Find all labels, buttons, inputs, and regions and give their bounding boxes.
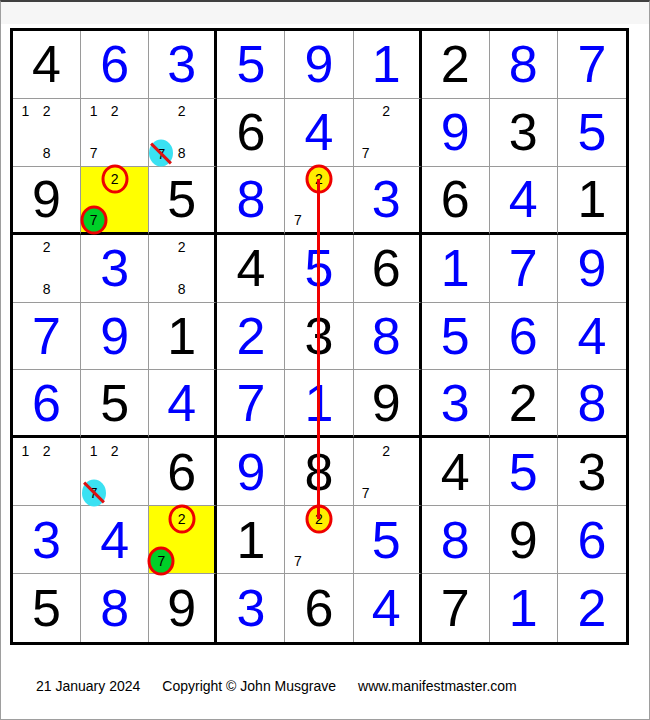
pencil-slot: 2 bbox=[172, 508, 192, 529]
cell-r6c6[interactable]: 9 bbox=[354, 370, 422, 438]
cell-value-given: 9 bbox=[490, 506, 557, 573]
pencil-mark: 8 bbox=[172, 279, 192, 300]
cell-r9c3[interactable]: 9 bbox=[149, 574, 217, 642]
cell-r6c1[interactable]: 6 bbox=[13, 370, 81, 438]
pencil-mark: 8 bbox=[172, 143, 192, 164]
pencil-grid: 127 bbox=[83, 101, 146, 164]
pencil-mark: 2 bbox=[172, 237, 192, 258]
cell-value-solved: 9 bbox=[285, 31, 352, 98]
pencil-mark: 2 bbox=[104, 440, 125, 461]
cell-value-solved: 4 bbox=[558, 303, 626, 370]
cell-r2c2[interactable]: 127 bbox=[81, 99, 149, 167]
pencil-slot bbox=[15, 279, 36, 300]
cell-value-given: 5 bbox=[149, 167, 214, 232]
cell-value-solved: 1 bbox=[354, 31, 419, 98]
cell-value-solved: 5 bbox=[217, 31, 284, 98]
footer-date: 21 January 2024 bbox=[36, 678, 140, 694]
confirmed-candidate-circle-icon: 7 bbox=[148, 546, 175, 575]
cell-r6c8[interactable]: 2 bbox=[490, 370, 558, 438]
pencil-mark: 2 bbox=[172, 101, 192, 122]
pencil-slot bbox=[192, 237, 212, 258]
cell-r7c4[interactable]: 9 bbox=[217, 438, 285, 506]
pencil-mark: 2 bbox=[376, 440, 396, 461]
cell-r8c1[interactable]: 3 bbox=[13, 506, 81, 574]
cell-value-solved: 8 bbox=[81, 574, 148, 642]
chain-candidate-circle-icon: 2 bbox=[101, 164, 128, 193]
cell-value-solved: 4 bbox=[490, 167, 557, 232]
pencil-slot bbox=[192, 258, 212, 279]
pencil-grid: 27 bbox=[356, 101, 417, 164]
pencil-slot bbox=[104, 482, 125, 503]
sudoku-board: 4635912871281272786427935927582736412832… bbox=[10, 28, 629, 645]
pencil-slot bbox=[376, 143, 396, 164]
cell-r2c3[interactable]: 278 bbox=[149, 99, 217, 167]
cell-value-given: 9 bbox=[354, 370, 419, 435]
pencil-slot: 2 bbox=[104, 169, 125, 189]
pencil-slot: 7 bbox=[83, 482, 104, 503]
cell-value-solved: 8 bbox=[558, 370, 626, 435]
pencil-slot bbox=[15, 237, 36, 258]
pencil-slot bbox=[125, 461, 146, 482]
cell-value-solved: 8 bbox=[354, 303, 419, 370]
cell-r3c3[interactable]: 5 bbox=[149, 167, 217, 235]
pencil-grid: 27 bbox=[356, 440, 417, 503]
cell-r1c1[interactable]: 4 bbox=[13, 31, 81, 99]
cell-r9c8[interactable]: 1 bbox=[490, 574, 558, 642]
cell-value-given: 6 bbox=[217, 99, 284, 166]
pencil-slot bbox=[57, 461, 78, 482]
pencil-slot bbox=[330, 189, 351, 209]
cell-r8c5[interactable]: 27 bbox=[285, 506, 353, 574]
cell-r4c7[interactable]: 1 bbox=[422, 235, 490, 303]
cell-value-solved: 8 bbox=[217, 167, 284, 232]
pencil-mark: 8 bbox=[36, 279, 57, 300]
pencil-mark: 2 bbox=[36, 440, 57, 461]
cell-r5c8[interactable]: 6 bbox=[490, 303, 558, 371]
cell-value-solved: 5 bbox=[558, 99, 626, 166]
cell-value-solved: 1 bbox=[422, 235, 489, 302]
eliminated-candidate-icon: 7 bbox=[82, 479, 106, 506]
cell-value-solved: 9 bbox=[81, 303, 148, 370]
cell-r2c1[interactable]: 128 bbox=[13, 99, 81, 167]
pencil-slot bbox=[151, 237, 171, 258]
pencil-slot bbox=[104, 122, 125, 143]
pencil-grid: 27 bbox=[83, 169, 146, 230]
cell-value-solved: 6 bbox=[13, 370, 80, 435]
cell-value-solved: 3 bbox=[422, 370, 489, 435]
cell-value-solved: 6 bbox=[558, 506, 626, 573]
chain-candidate-circle-icon: 2 bbox=[168, 504, 195, 533]
cell-r3c5[interactable]: 27 bbox=[285, 167, 353, 235]
cell-value-given: 6 bbox=[285, 574, 352, 642]
pencil-grid: 27 bbox=[287, 169, 350, 230]
cell-r6c5[interactable]: 1 bbox=[285, 370, 353, 438]
cell-r2c7[interactable]: 9 bbox=[422, 99, 490, 167]
pencil-slot bbox=[57, 122, 78, 143]
pencil-slot bbox=[356, 440, 376, 461]
cell-r4c6[interactable]: 6 bbox=[354, 235, 422, 303]
cell-value-solved: 9 bbox=[217, 438, 284, 505]
cell-r9c2[interactable]: 8 bbox=[81, 574, 149, 642]
pencil-slot bbox=[192, 101, 212, 122]
cell-r9c4[interactable]: 3 bbox=[217, 574, 285, 642]
pencil-slot bbox=[36, 482, 57, 503]
cell-r9c5[interactable]: 6 bbox=[285, 574, 353, 642]
pencil-slot bbox=[192, 122, 212, 143]
cell-r1c8[interactable]: 8 bbox=[490, 31, 558, 99]
cell-r3c9[interactable]: 1 bbox=[558, 167, 626, 235]
pencil-slot bbox=[308, 209, 329, 229]
pencil-slot bbox=[15, 143, 36, 164]
pencil-grid: 278 bbox=[151, 101, 212, 164]
pencil-slot bbox=[36, 461, 57, 482]
cell-r4c4[interactable]: 4 bbox=[217, 235, 285, 303]
pencil-slot bbox=[125, 169, 146, 189]
cell-value-solved: 8 bbox=[422, 506, 489, 573]
pencil-slot bbox=[125, 101, 146, 122]
pencil-slot bbox=[330, 529, 351, 550]
pencil-mark: 7 bbox=[356, 143, 376, 164]
pencil-grid: 27 bbox=[151, 508, 212, 571]
cell-value-given: 1 bbox=[558, 167, 626, 232]
pencil-grid: 27 bbox=[287, 508, 350, 571]
elimination-blob-icon: 7 bbox=[82, 479, 106, 506]
pencil-slot bbox=[57, 101, 78, 122]
cell-value-given: 1 bbox=[217, 506, 284, 573]
cell-r2c5[interactable]: 4 bbox=[285, 99, 353, 167]
pencil-slot bbox=[192, 279, 212, 300]
cell-r1c4[interactable]: 5 bbox=[217, 31, 285, 99]
pencil-grid: 127 bbox=[83, 440, 146, 503]
cell-r3c7[interactable]: 6 bbox=[422, 167, 490, 235]
pencil-slot bbox=[330, 550, 351, 571]
cell-value-solved: 1 bbox=[285, 370, 352, 435]
pencil-mark: 7 bbox=[83, 143, 104, 164]
cell-r7c2[interactable]: 127 bbox=[81, 438, 149, 506]
cell-r5c4[interactable]: 2 bbox=[217, 303, 285, 371]
cell-r4c2[interactable]: 3 bbox=[81, 235, 149, 303]
pencil-slot bbox=[376, 122, 396, 143]
pencil-slot bbox=[396, 461, 416, 482]
cell-r1c7[interactable]: 2 bbox=[422, 31, 490, 99]
pencil-slot bbox=[151, 101, 171, 122]
pencil-slot bbox=[57, 258, 78, 279]
cell-r5c9[interactable]: 4 bbox=[558, 303, 626, 371]
confirmed-candidate-circle-icon: 7 bbox=[80, 205, 107, 234]
pencil-slot bbox=[104, 209, 125, 229]
cell-value-given: 1 bbox=[149, 303, 214, 370]
pencil-slot bbox=[172, 258, 192, 279]
title-bar bbox=[1, 2, 649, 24]
cell-value-given: 6 bbox=[354, 235, 419, 302]
cell-value-solved: 1 bbox=[490, 574, 557, 642]
cell-value-solved: 4 bbox=[285, 99, 352, 166]
cell-r6c2[interactable]: 5 bbox=[81, 370, 149, 438]
pencil-slot bbox=[15, 258, 36, 279]
pencil-slot bbox=[57, 482, 78, 503]
pencil-mark: 8 bbox=[36, 143, 57, 164]
pencil-slot bbox=[104, 461, 125, 482]
cell-r9c6[interactable]: 4 bbox=[354, 574, 422, 642]
cell-r7c3[interactable]: 6 bbox=[149, 438, 217, 506]
cell-value-solved: 5 bbox=[354, 506, 419, 573]
cell-value-solved: 6 bbox=[490, 303, 557, 370]
pencil-slot bbox=[396, 440, 416, 461]
pencil-slot bbox=[192, 143, 212, 164]
cell-value-given: 3 bbox=[558, 438, 626, 505]
pencil-mark: 1 bbox=[83, 101, 104, 122]
cell-r8c9[interactable]: 6 bbox=[558, 506, 626, 574]
cell-value-solved: 7 bbox=[558, 31, 626, 98]
cell-value-given: 2 bbox=[422, 31, 489, 98]
pencil-slot bbox=[125, 122, 146, 143]
cell-value-solved: 4 bbox=[81, 506, 148, 573]
pencil-slot bbox=[125, 482, 146, 503]
pencil-slot bbox=[15, 461, 36, 482]
cell-value-solved: 5 bbox=[422, 303, 489, 370]
pencil-slot bbox=[396, 101, 416, 122]
cell-value-solved: 3 bbox=[149, 31, 214, 98]
cell-value-given: 4 bbox=[217, 235, 284, 302]
cell-value-given: 5 bbox=[81, 370, 148, 435]
pencil-slot bbox=[356, 101, 376, 122]
cell-r4c5[interactable]: 5 bbox=[285, 235, 353, 303]
pencil-slot bbox=[83, 122, 104, 143]
cell-r4c1[interactable]: 28 bbox=[13, 235, 81, 303]
cell-r7c6[interactable]: 27 bbox=[354, 438, 422, 506]
pencil-slot bbox=[396, 122, 416, 143]
cell-r7c7[interactable]: 4 bbox=[422, 438, 490, 506]
cell-value-given: 6 bbox=[422, 167, 489, 232]
cell-r8c4[interactable]: 1 bbox=[217, 506, 285, 574]
cell-value-given: 5 bbox=[13, 574, 80, 642]
cell-r2c6[interactable]: 27 bbox=[354, 99, 422, 167]
pencil-slot bbox=[36, 258, 57, 279]
pencil-slot: 7 bbox=[83, 209, 104, 229]
cell-r3c1[interactable]: 9 bbox=[13, 167, 81, 235]
cell-value-given: 9 bbox=[149, 574, 214, 642]
cell-r2c9[interactable]: 5 bbox=[558, 99, 626, 167]
pencil-slot bbox=[15, 482, 36, 503]
cell-r1c6[interactable]: 1 bbox=[354, 31, 422, 99]
pencil-slot: 7 bbox=[151, 550, 171, 571]
pencil-slot bbox=[151, 258, 171, 279]
chain-candidate-circle-icon: 2 bbox=[305, 164, 332, 193]
sudoku-grid: 4635912871281272786427935927582736412832… bbox=[10, 28, 629, 645]
cell-value-given: 6 bbox=[149, 438, 214, 505]
pencil-slot bbox=[308, 550, 329, 571]
pencil-slot bbox=[125, 440, 146, 461]
cell-r8c7[interactable]: 8 bbox=[422, 506, 490, 574]
cell-value-given: 3 bbox=[490, 99, 557, 166]
pencil-slot bbox=[104, 143, 125, 164]
chain-candidate-circle-icon: 2 bbox=[305, 504, 332, 533]
pencil-slot bbox=[125, 143, 146, 164]
cell-value-given: 2 bbox=[490, 370, 557, 435]
pencil-slot bbox=[396, 143, 416, 164]
cell-value-solved: 3 bbox=[354, 167, 419, 232]
cell-r8c8[interactable]: 9 bbox=[490, 506, 558, 574]
cell-r5c5[interactable]: 3 bbox=[285, 303, 353, 371]
cell-value-solved: 6 bbox=[81, 31, 148, 98]
cell-r3c8[interactable]: 4 bbox=[490, 167, 558, 235]
pencil-slot bbox=[396, 482, 416, 503]
pencil-slot: 2 bbox=[308, 508, 329, 529]
pencil-slot: 2 bbox=[308, 169, 329, 189]
cell-r7c5[interactable]: 8 bbox=[285, 438, 353, 506]
cell-value-solved: 9 bbox=[558, 235, 626, 302]
cell-value-solved: 5 bbox=[490, 438, 557, 505]
pencil-grid: 128 bbox=[15, 101, 78, 164]
cell-r4c9[interactable]: 9 bbox=[558, 235, 626, 303]
pencil-mark: 1 bbox=[83, 440, 104, 461]
cell-r6c4[interactable]: 7 bbox=[217, 370, 285, 438]
pencil-slot bbox=[151, 279, 171, 300]
pencil-mark: 2 bbox=[104, 101, 125, 122]
footer-copyright: Copyright © John Musgrave bbox=[162, 678, 336, 694]
cell-value-solved: 7 bbox=[490, 235, 557, 302]
cell-r1c2[interactable]: 6 bbox=[81, 31, 149, 99]
cell-value-solved: 8 bbox=[490, 31, 557, 98]
cell-r5c3[interactable]: 1 bbox=[149, 303, 217, 371]
pencil-mark: 7 bbox=[287, 550, 308, 571]
cell-r2c8[interactable]: 3 bbox=[490, 99, 558, 167]
cell-r5c2[interactable]: 9 bbox=[81, 303, 149, 371]
cell-r2c4[interactable]: 6 bbox=[217, 99, 285, 167]
pencil-slot bbox=[192, 550, 212, 571]
pencil-slot bbox=[376, 482, 396, 503]
cell-value-solved: 4 bbox=[149, 370, 214, 435]
cell-r9c7[interactable]: 7 bbox=[422, 574, 490, 642]
pencil-mark: 2 bbox=[376, 101, 396, 122]
pencil-slot bbox=[330, 508, 351, 529]
cell-value-solved: 7 bbox=[217, 370, 284, 435]
cell-value-solved: 4 bbox=[354, 574, 419, 642]
cell-r1c5[interactable]: 9 bbox=[285, 31, 353, 99]
cell-r1c3[interactable]: 3 bbox=[149, 31, 217, 99]
cell-value-solved: 3 bbox=[217, 574, 284, 642]
pencil-slot bbox=[36, 122, 57, 143]
pencil-mark: 7 bbox=[356, 482, 376, 503]
cell-value-solved: 9 bbox=[422, 99, 489, 166]
cell-r5c1[interactable]: 7 bbox=[13, 303, 81, 371]
cell-r4c8[interactable]: 7 bbox=[490, 235, 558, 303]
pencil-slot bbox=[356, 122, 376, 143]
cell-r7c1[interactable]: 12 bbox=[13, 438, 81, 506]
pencil-slot bbox=[125, 209, 146, 229]
cell-r8c2[interactable]: 4 bbox=[81, 506, 149, 574]
cell-r8c3[interactable]: 27 bbox=[149, 506, 217, 574]
cell-value-given: 9 bbox=[13, 167, 80, 232]
cell-r9c1[interactable]: 5 bbox=[13, 574, 81, 642]
cell-r9c9[interactable]: 2 bbox=[558, 574, 626, 642]
pencil-slot: 7 bbox=[151, 143, 171, 164]
pencil-mark: 1 bbox=[15, 101, 36, 122]
pencil-slot bbox=[330, 209, 351, 229]
cell-value-solved: 3 bbox=[13, 506, 80, 573]
eliminated-candidate-icon: 7 bbox=[149, 140, 173, 167]
pencil-slot bbox=[125, 189, 146, 209]
pencil-grid: 28 bbox=[151, 237, 212, 300]
cell-value-solved: 3 bbox=[81, 235, 148, 302]
cell-r5c6[interactable]: 8 bbox=[354, 303, 422, 371]
pencil-slot bbox=[356, 461, 376, 482]
cell-value-given: 4 bbox=[13, 31, 80, 98]
cell-r5c7[interactable]: 5 bbox=[422, 303, 490, 371]
cell-value-given: 7 bbox=[422, 574, 489, 642]
cell-r3c2[interactable]: 27 bbox=[81, 167, 149, 235]
cell-r6c9[interactable]: 8 bbox=[558, 370, 626, 438]
cell-value-solved: 5 bbox=[285, 235, 352, 302]
cell-value-solved: 2 bbox=[558, 574, 626, 642]
cell-r3c4[interactable]: 8 bbox=[217, 167, 285, 235]
pencil-mark: 7 bbox=[287, 209, 308, 229]
cell-r1c9[interactable]: 7 bbox=[558, 31, 626, 99]
pencil-slot bbox=[376, 461, 396, 482]
footer: 21 January 2024 Copyright © John Musgrav… bbox=[36, 678, 517, 694]
pencil-mark: 1 bbox=[15, 440, 36, 461]
pencil-slot bbox=[57, 143, 78, 164]
cell-r4c3[interactable]: 28 bbox=[149, 235, 217, 303]
cell-r6c3[interactable]: 4 bbox=[149, 370, 217, 438]
elimination-blob-icon: 7 bbox=[149, 140, 173, 167]
cell-value-solved: 2 bbox=[217, 303, 284, 370]
pencil-grid: 28 bbox=[15, 237, 78, 300]
pencil-mark: 2 bbox=[36, 237, 57, 258]
cell-r8c6[interactable]: 5 bbox=[354, 506, 422, 574]
pencil-slot bbox=[57, 440, 78, 461]
cell-r7c9[interactable]: 3 bbox=[558, 438, 626, 506]
pencil-grid: 12 bbox=[15, 440, 78, 503]
footer-website: www.manifestmaster.com bbox=[358, 678, 517, 694]
cell-r6c7[interactable]: 3 bbox=[422, 370, 490, 438]
pencil-slot bbox=[172, 122, 192, 143]
pencil-slot bbox=[57, 279, 78, 300]
cell-value-solved: 7 bbox=[13, 303, 80, 370]
pencil-mark: 2 bbox=[36, 101, 57, 122]
pencil-slot bbox=[57, 237, 78, 258]
cell-value-given: 3 bbox=[285, 303, 352, 370]
pencil-slot bbox=[15, 122, 36, 143]
cell-r7c8[interactable]: 5 bbox=[490, 438, 558, 506]
cell-value-given: 8 bbox=[285, 438, 352, 505]
cell-value-given: 4 bbox=[422, 438, 489, 505]
pencil-slot bbox=[330, 169, 351, 189]
cell-r3c6[interactable]: 3 bbox=[354, 167, 422, 235]
